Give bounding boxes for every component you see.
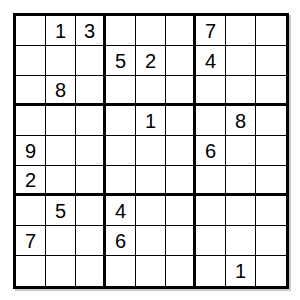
cell-r6c8[interactable]: [226, 166, 256, 196]
cell-r3c2[interactable]: 8: [46, 76, 76, 106]
cell-r8c1[interactable]: 7: [16, 226, 46, 256]
given-digit: 4: [205, 51, 216, 71]
given-digit: 1: [145, 111, 156, 131]
cell-r4c2[interactable]: [46, 106, 76, 136]
cell-r2c1[interactable]: [16, 46, 46, 76]
cell-r9c9[interactable]: [256, 256, 286, 286]
cell-r4c7[interactable]: [196, 106, 226, 136]
cell-r3c4[interactable]: [106, 76, 136, 106]
given-digit: 6: [205, 141, 216, 161]
given-digit: 4: [115, 201, 126, 221]
cell-r4c4[interactable]: [106, 106, 136, 136]
cell-r9c2[interactable]: [46, 256, 76, 286]
cell-r6c3[interactable]: [76, 166, 106, 196]
cell-r3c6[interactable]: [166, 76, 196, 106]
cell-r7c5[interactable]: [136, 196, 166, 226]
cell-r8c7[interactable]: [196, 226, 226, 256]
cell-r7c8[interactable]: [226, 196, 256, 226]
cell-r6c5[interactable]: [136, 166, 166, 196]
cell-r6c9[interactable]: [256, 166, 286, 196]
cell-r9c4[interactable]: [106, 256, 136, 286]
cell-r4c5[interactable]: 1: [136, 106, 166, 136]
cell-r5c3[interactable]: [76, 136, 106, 166]
cell-r2c3[interactable]: [76, 46, 106, 76]
cell-r5c6[interactable]: [166, 136, 196, 166]
cell-r3c8[interactable]: [226, 76, 256, 106]
cell-r5c7[interactable]: 6: [196, 136, 226, 166]
cell-r2c2[interactable]: [46, 46, 76, 76]
cell-r3c9[interactable]: [256, 76, 286, 106]
cell-r2c4[interactable]: 5: [106, 46, 136, 76]
given-digit: 5: [115, 51, 126, 71]
cell-r8c8[interactable]: [226, 226, 256, 256]
given-digit: 1: [235, 261, 246, 281]
cell-r9c7[interactable]: [196, 256, 226, 286]
cell-r7c7[interactable]: [196, 196, 226, 226]
cell-r1c3[interactable]: 3: [76, 16, 106, 46]
cell-r5c9[interactable]: [256, 136, 286, 166]
cell-r8c6[interactable]: [166, 226, 196, 256]
cell-r9c1[interactable]: [16, 256, 46, 286]
given-digit: 7: [25, 231, 36, 251]
cell-r1c1[interactable]: [16, 16, 46, 46]
cell-r1c9[interactable]: [256, 16, 286, 46]
cell-r9c5[interactable]: [136, 256, 166, 286]
cell-r7c6[interactable]: [166, 196, 196, 226]
cell-r6c1[interactable]: 2: [16, 166, 46, 196]
cell-r3c3[interactable]: [76, 76, 106, 106]
cell-r5c5[interactable]: [136, 136, 166, 166]
cell-r3c5[interactable]: [136, 76, 166, 106]
cell-r6c6[interactable]: [166, 166, 196, 196]
cell-r7c2[interactable]: 5: [46, 196, 76, 226]
cell-r5c8[interactable]: [226, 136, 256, 166]
cell-r8c2[interactable]: [46, 226, 76, 256]
sudoku-board: 13752481896254761: [13, 13, 289, 289]
cell-r2c7[interactable]: 4: [196, 46, 226, 76]
cell-r5c2[interactable]: [46, 136, 76, 166]
given-digit: 7: [205, 21, 216, 41]
given-digit: 2: [145, 51, 156, 71]
cell-r9c8[interactable]: 1: [226, 256, 256, 286]
cell-r3c7[interactable]: [196, 76, 226, 106]
given-digit: 9: [25, 141, 36, 161]
given-digit: 8: [235, 111, 246, 131]
cell-r1c2[interactable]: 1: [46, 16, 76, 46]
given-digit: 2: [25, 170, 36, 190]
cell-r1c5[interactable]: [136, 16, 166, 46]
cell-r4c8[interactable]: 8: [226, 106, 256, 136]
cell-r7c9[interactable]: [256, 196, 286, 226]
cell-r4c6[interactable]: [166, 106, 196, 136]
cell-r5c4[interactable]: [106, 136, 136, 166]
cell-r8c4[interactable]: 6: [106, 226, 136, 256]
given-digit: 1: [55, 21, 66, 41]
given-digit: 6: [115, 231, 126, 251]
sudoku-board-container: 13752481896254761: [13, 13, 289, 289]
cell-r7c4[interactable]: 4: [106, 196, 136, 226]
cell-r4c9[interactable]: [256, 106, 286, 136]
cell-r1c7[interactable]: 7: [196, 16, 226, 46]
given-digit: 3: [84, 21, 95, 41]
cell-r6c4[interactable]: [106, 166, 136, 196]
cell-r8c9[interactable]: [256, 226, 286, 256]
cell-r1c8[interactable]: [226, 16, 256, 46]
cell-r8c5[interactable]: [136, 226, 166, 256]
cell-r1c4[interactable]: [106, 16, 136, 46]
cell-r4c1[interactable]: [16, 106, 46, 136]
cell-r7c3[interactable]: [76, 196, 106, 226]
given-digit: 5: [55, 201, 66, 221]
cell-r5c1[interactable]: 9: [16, 136, 46, 166]
cell-r9c6[interactable]: [166, 256, 196, 286]
cell-r1c6[interactable]: [166, 16, 196, 46]
cell-r4c3[interactable]: [76, 106, 106, 136]
given-digit: 8: [55, 80, 66, 100]
cell-r9c3[interactable]: [76, 256, 106, 286]
cell-r2c5[interactable]: 2: [136, 46, 166, 76]
cell-r6c7[interactable]: [196, 166, 226, 196]
cell-r3c1[interactable]: [16, 76, 46, 106]
cell-r2c8[interactable]: [226, 46, 256, 76]
cell-r7c1[interactable]: [16, 196, 46, 226]
cell-r2c6[interactable]: [166, 46, 196, 76]
cell-r6c2[interactable]: [46, 166, 76, 196]
cell-r8c3[interactable]: [76, 226, 106, 256]
cell-r2c9[interactable]: [256, 46, 286, 76]
